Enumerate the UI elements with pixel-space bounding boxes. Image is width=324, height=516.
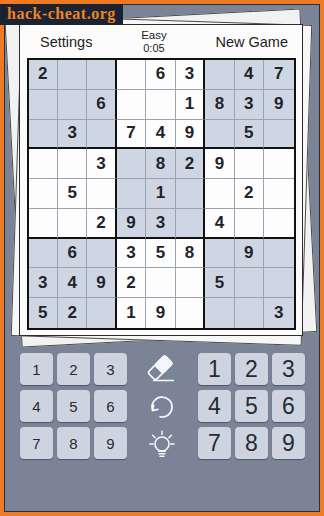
grid-cell-r9c7[interactable] xyxy=(205,298,234,328)
grid-cell-r1c3[interactable] xyxy=(87,60,116,90)
lightbulb-icon xyxy=(146,428,178,462)
eraser-icon xyxy=(146,353,178,385)
grid-cell-r1c9[interactable]: 7 xyxy=(264,60,293,90)
numpad-right-key-9[interactable]: 9 xyxy=(272,427,305,459)
status-center: Easy 0:05 xyxy=(141,29,167,55)
grid-cell-r8c1[interactable]: 3 xyxy=(29,268,58,298)
grid-cell-r9c3[interactable] xyxy=(87,298,116,328)
grid-cell-r5c7[interactable] xyxy=(205,179,234,209)
numpad-left-key-9[interactable]: 9 xyxy=(94,427,127,459)
app-screen: hack-cheat.org Settings Easy 0:05 New Ga… xyxy=(0,0,324,516)
grid-cell-r2c4[interactable] xyxy=(117,90,146,120)
grid-cell-r8c8[interactable] xyxy=(235,268,264,298)
grid-cell-r8c2[interactable]: 4 xyxy=(58,268,87,298)
grid-cell-r9c8[interactable] xyxy=(235,298,264,328)
numpad-right-key-2[interactable]: 2 xyxy=(235,353,268,385)
numpad-right: 123456789 xyxy=(198,353,305,459)
grid-cell-r6c6[interactable] xyxy=(176,209,205,239)
grid-cell-r7c6[interactable]: 8 xyxy=(176,239,205,269)
grid-cell-r7c2[interactable]: 6 xyxy=(58,239,87,269)
undo-icon xyxy=(146,391,178,423)
grid-cell-r9c1[interactable]: 5 xyxy=(29,298,58,328)
grid-cell-r6c3[interactable]: 2 xyxy=(87,209,116,239)
numpad-left-key-7[interactable]: 7 xyxy=(20,427,53,459)
settings-button[interactable]: Settings xyxy=(40,34,92,50)
grid-cell-r6c7[interactable]: 4 xyxy=(205,209,234,239)
grid-cell-r7c3[interactable] xyxy=(87,239,116,269)
grid-cell-r3c6[interactable]: 9 xyxy=(176,120,205,150)
grid-cell-r6c1[interactable] xyxy=(29,209,58,239)
numpad-left-key-3[interactable]: 3 xyxy=(94,353,127,385)
grid-cell-r6c4[interactable]: 9 xyxy=(117,209,146,239)
numpad-right-key-3[interactable]: 3 xyxy=(272,353,305,385)
grid-cell-r1c8[interactable]: 4 xyxy=(235,60,264,90)
grid-cell-r4c8[interactable] xyxy=(235,149,264,179)
grid-cell-r3c2[interactable]: 3 xyxy=(58,120,87,150)
grid-cell-r8c6[interactable] xyxy=(176,268,205,298)
new-game-button[interactable]: New Game xyxy=(215,34,288,50)
grid-cell-r5c6[interactable] xyxy=(176,179,205,209)
grid-cell-r3c8[interactable]: 5 xyxy=(235,120,264,150)
grid-cell-r5c1[interactable] xyxy=(29,179,58,209)
grid-cell-r4c3[interactable]: 3 xyxy=(87,149,116,179)
grid-cell-r1c6[interactable]: 3 xyxy=(176,60,205,90)
tool-column xyxy=(145,352,179,461)
header-bar: Settings Easy 0:05 New Game xyxy=(20,25,302,58)
grid-cell-r5c3[interactable] xyxy=(87,179,116,209)
grid-cell-r8c3[interactable]: 9 xyxy=(87,268,116,298)
grid-cell-r5c5[interactable]: 1 xyxy=(146,179,175,209)
numpad-left-key-1[interactable]: 1 xyxy=(20,353,53,385)
grid-cell-r2c9[interactable]: 9 xyxy=(264,90,293,120)
numpad-right-key-5[interactable]: 5 xyxy=(235,390,268,422)
grid-cell-r1c2[interactable] xyxy=(58,60,87,90)
grid-cell-r2c3[interactable]: 6 xyxy=(87,90,116,120)
grid-cell-r1c1[interactable]: 2 xyxy=(29,60,58,90)
numpad-right-key-1[interactable]: 1 xyxy=(198,353,231,385)
grid-cell-r5c2[interactable]: 5 xyxy=(58,179,87,209)
grid-cell-r2c7[interactable]: 8 xyxy=(205,90,234,120)
grid-cell-r1c7[interactable] xyxy=(205,60,234,90)
grid-cell-r4c7[interactable]: 9 xyxy=(205,149,234,179)
timer: 0:05 xyxy=(141,42,167,55)
grid-cell-r6c5[interactable]: 3 xyxy=(146,209,175,239)
grid-cell-r9c5[interactable]: 9 xyxy=(146,298,175,328)
grid-cell-r8c7[interactable]: 5 xyxy=(205,268,234,298)
grid-cell-r9c6[interactable] xyxy=(176,298,205,328)
grid-cell-r5c9[interactable] xyxy=(264,179,293,209)
grid-cell-r7c1[interactable] xyxy=(29,239,58,269)
undo-button[interactable] xyxy=(145,390,179,423)
grid-cell-r7c4[interactable]: 3 xyxy=(117,239,146,269)
grid-cell-r2c2[interactable] xyxy=(58,90,87,120)
difficulty-label: Easy xyxy=(141,29,167,42)
numpad-right-key-6[interactable]: 6 xyxy=(272,390,305,422)
grid-cell-r3c4[interactable]: 7 xyxy=(117,120,146,150)
grid-cell-r2c1[interactable] xyxy=(29,90,58,120)
grid-cell-r9c4[interactable]: 1 xyxy=(117,298,146,328)
grid-cell-r7c5[interactable]: 5 xyxy=(146,239,175,269)
numpad-left-key-6[interactable]: 6 xyxy=(94,390,127,422)
grid-cell-r1c5[interactable]: 6 xyxy=(146,60,175,90)
grid-cell-r8c4[interactable]: 2 xyxy=(117,268,146,298)
grid-cell-r4c2[interactable] xyxy=(58,149,87,179)
grid-cell-r3c9[interactable] xyxy=(264,120,293,150)
grid-cell-r3c1[interactable] xyxy=(29,120,58,150)
grid-cell-r2c6[interactable]: 1 xyxy=(176,90,205,120)
numpad-left-key-5[interactable]: 5 xyxy=(57,390,90,422)
grid-cell-r3c5[interactable]: 4 xyxy=(146,120,175,150)
numpad-left-key-4[interactable]: 4 xyxy=(20,390,53,422)
grid-cell-r5c4[interactable] xyxy=(117,179,146,209)
hint-button[interactable] xyxy=(145,428,179,461)
grid-cell-r7c9[interactable] xyxy=(264,239,293,269)
grid-cell-r5c8[interactable]: 2 xyxy=(235,179,264,209)
numpad-right-key-7[interactable]: 7 xyxy=(198,427,231,459)
grid-cell-r1c4[interactable] xyxy=(117,60,146,90)
game-card: Settings Easy 0:05 New Game 263476183937… xyxy=(19,24,303,336)
numpad-right-key-4[interactable]: 4 xyxy=(198,390,231,422)
grid-cell-r8c5[interactable] xyxy=(146,268,175,298)
numpad-left: 123456789 xyxy=(20,353,127,459)
eraser-button[interactable] xyxy=(145,352,179,385)
grid-cell-r7c7[interactable] xyxy=(205,239,234,269)
grid-cell-r3c3[interactable] xyxy=(87,120,116,150)
grid-cell-r4c1[interactable] xyxy=(29,149,58,179)
grid-cell-r7c8[interactable]: 9 xyxy=(235,239,264,269)
grid-cell-r2c5[interactable] xyxy=(146,90,175,120)
grid-cell-r6c2[interactable] xyxy=(58,209,87,239)
grid-cell-r4c6[interactable]: 2 xyxy=(176,149,205,179)
grid-cell-r4c4[interactable] xyxy=(117,149,146,179)
grid-cell-r8c9[interactable] xyxy=(264,268,293,298)
grid-cell-r9c2[interactable]: 2 xyxy=(58,298,87,328)
grid-cell-r9c9[interactable]: 3 xyxy=(264,298,293,328)
grid-cell-r6c8[interactable] xyxy=(235,209,264,239)
grid-cell-r2c8[interactable]: 3 xyxy=(235,90,264,120)
watermark: hack-cheat.org xyxy=(0,4,123,25)
grid-cell-r6c9[interactable] xyxy=(264,209,293,239)
sudoku-board: 2634761839374953829512293463589349255219… xyxy=(27,58,296,330)
grid-cell-r3c7[interactable] xyxy=(205,120,234,150)
grid-cell-r4c9[interactable] xyxy=(264,149,293,179)
numpad-left-key-8[interactable]: 8 xyxy=(57,427,90,459)
numpad-right-key-8[interactable]: 8 xyxy=(235,427,268,459)
numpad-left-key-2[interactable]: 2 xyxy=(57,353,90,385)
grid-cell-r4c5[interactable]: 8 xyxy=(146,149,175,179)
